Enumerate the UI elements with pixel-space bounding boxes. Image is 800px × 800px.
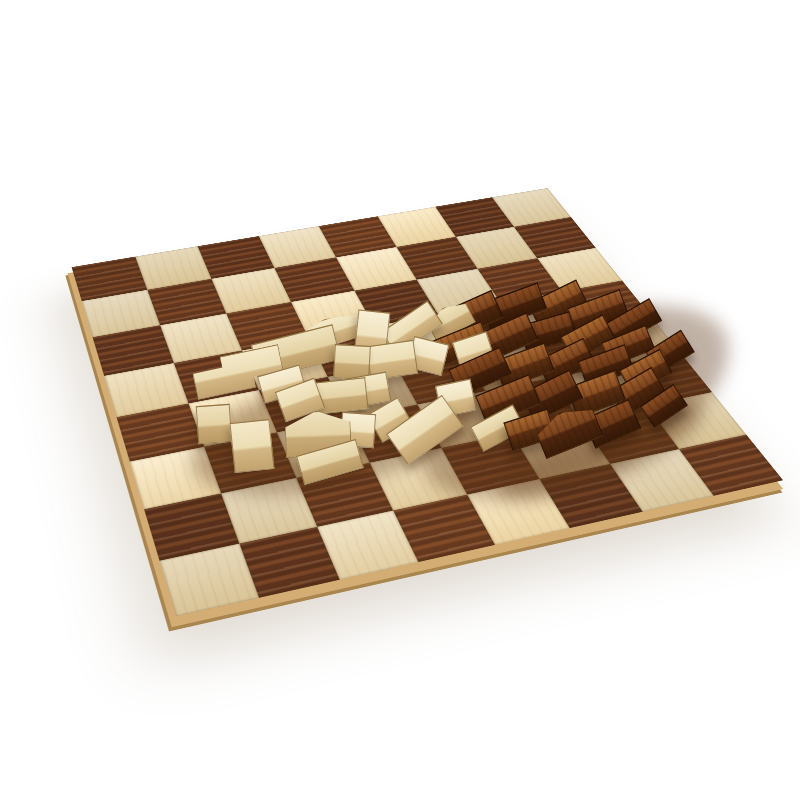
wood-block-light [229, 419, 274, 473]
scene [0, 0, 800, 800]
wood-block-light [196, 404, 233, 444]
